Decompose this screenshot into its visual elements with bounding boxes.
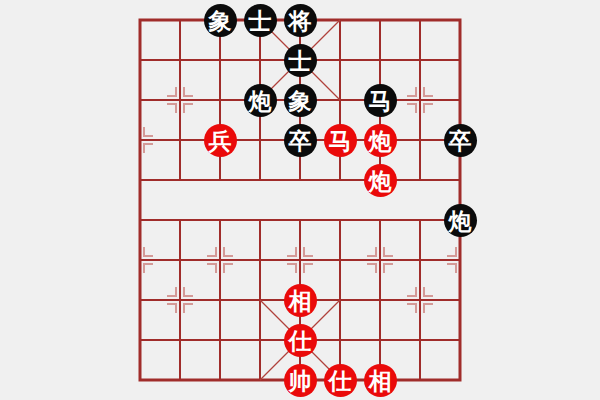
piece-red-advisor[interactable]: 仕 (324, 364, 357, 397)
piece-black-general[interactable]: 将 (284, 4, 317, 37)
piece-black-advisor[interactable]: 士 (244, 4, 277, 37)
piece-black-elephant[interactable]: 象 (204, 4, 237, 37)
board-intersections[interactable]: 象士将士炮象马卒卒炮兵马炮炮相仕帅仕相 (120, 0, 480, 400)
piece-red-elephant[interactable]: 相 (364, 364, 397, 397)
piece-red-cannon[interactable]: 炮 (364, 164, 397, 197)
piece-black-soldier[interactable]: 卒 (444, 124, 477, 157)
piece-black-horse[interactable]: 马 (364, 84, 397, 117)
piece-red-soldier[interactable]: 兵 (204, 124, 237, 157)
piece-black-soldier[interactable]: 卒 (284, 124, 317, 157)
piece-red-cannon[interactable]: 炮 (364, 124, 397, 157)
piece-black-elephant[interactable]: 象 (284, 84, 317, 117)
piece-black-advisor[interactable]: 士 (284, 44, 317, 77)
piece-red-horse[interactable]: 马 (324, 124, 357, 157)
xiangqi-board: 象士将士炮象马卒卒炮兵马炮炮相仕帅仕相 (0, 0, 600, 400)
piece-red-elephant[interactable]: 相 (284, 284, 317, 317)
piece-black-cannon[interactable]: 炮 (444, 204, 477, 237)
piece-red-advisor[interactable]: 仕 (284, 324, 317, 357)
piece-red-king[interactable]: 帅 (284, 364, 317, 397)
piece-black-cannon[interactable]: 炮 (244, 84, 277, 117)
